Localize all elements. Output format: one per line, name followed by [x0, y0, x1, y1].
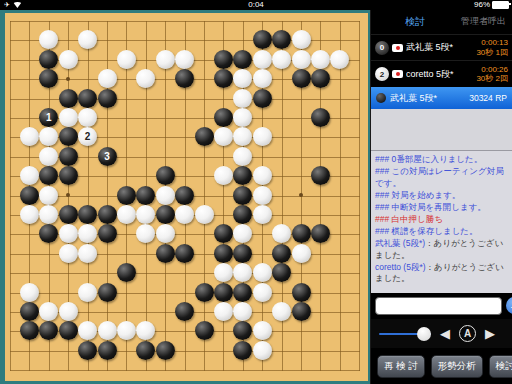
stone-black[interactable] — [98, 89, 117, 108]
stone-white[interactable] — [59, 224, 78, 243]
selected-user-rating: 30324 RP — [469, 93, 507, 103]
tab-review[interactable]: 検討 — [405, 15, 425, 29]
go-board[interactable]: 123 — [0, 10, 370, 384]
stone-black[interactable] — [78, 89, 97, 108]
stone-white[interactable] — [311, 50, 330, 69]
stone-black[interactable] — [98, 341, 117, 360]
stone-black[interactable] — [59, 89, 78, 108]
panel-header: 検討 管理者呼出 — [371, 10, 512, 34]
stone-white[interactable] — [253, 341, 272, 360]
chat-message: ### 棋譜を保存しました。 — [375, 226, 508, 238]
side-panel: 検討 管理者呼出 0 武礼葉 5段* 0:00:13 30秒 1回 2 core… — [370, 10, 512, 384]
black-captures-badge: 0 — [375, 41, 389, 55]
stone-black[interactable] — [98, 205, 117, 224]
battery-percent: 96% — [474, 0, 490, 10]
stone-white[interactable] — [98, 321, 117, 340]
stone-white[interactable] — [233, 89, 252, 108]
stone-white[interactable] — [214, 166, 233, 185]
stone-black[interactable] — [78, 205, 97, 224]
stone-white[interactable] — [175, 50, 194, 69]
stone-white[interactable] — [214, 302, 233, 321]
japan-flag-icon — [392, 70, 403, 78]
chat-message: ### 0番部屋に入りました。 — [375, 154, 508, 166]
stone-black[interactable] — [195, 283, 214, 302]
status-bar: ✈ 0:04 96% — [0, 0, 512, 10]
chat-message: ### 対局を始めます。 — [375, 190, 508, 202]
stone-black[interactable] — [292, 302, 311, 321]
stone-black[interactable] — [311, 69, 330, 88]
next-move-button[interactable]: ▶ — [485, 327, 495, 340]
stone-white[interactable] — [292, 244, 311, 263]
stone-black[interactable] — [292, 69, 311, 88]
stone-black[interactable] — [59, 127, 78, 146]
white-player-name: coretto 5段* — [406, 68, 476, 81]
stone-black[interactable] — [59, 166, 78, 185]
stone-black[interactable] — [136, 341, 155, 360]
selected-user-name: 武礼葉 5段* — [390, 92, 469, 105]
re-review-button[interactable]: 再 検 討 — [377, 355, 425, 378]
stone-black[interactable] — [233, 50, 252, 69]
player-row-black[interactable]: 0 武礼葉 5段* 0:00:13 30秒 1回 — [371, 34, 512, 61]
stone-black[interactable] — [59, 205, 78, 224]
stone-black[interactable] — [156, 166, 175, 185]
stone-white[interactable] — [20, 166, 39, 185]
stone-white[interactable] — [253, 283, 272, 302]
stone-white[interactable] — [253, 69, 272, 88]
stone-black[interactable] — [214, 50, 233, 69]
stone-white[interactable] — [117, 205, 136, 224]
board-frame-left — [0, 10, 5, 384]
stone-white[interactable] — [39, 186, 58, 205]
send-message-button[interactable]: … — [506, 297, 512, 314]
stone-black[interactable] — [272, 244, 291, 263]
chat-log[interactable]: ### 0番部屋に入りました。### この対局はレーティング対局です。### 対… — [371, 150, 512, 293]
stone-white[interactable] — [253, 321, 272, 340]
stone-black[interactable] — [136, 186, 155, 205]
stone-black[interactable] — [117, 263, 136, 282]
stone-white[interactable] — [195, 205, 214, 224]
board-frame-top — [0, 10, 370, 13]
stone-black[interactable] — [233, 341, 252, 360]
stone-white[interactable] — [78, 244, 97, 263]
chat-message: coretto (5段*)：ありがとうございました。 — [375, 262, 508, 286]
stone-black[interactable] — [156, 205, 175, 224]
selected-user-row[interactable]: 武礼葉 5段* 30324 RP — [371, 87, 512, 109]
star-point — [66, 77, 70, 81]
end-review-button[interactable]: 検討終了 — [489, 355, 512, 378]
stone-black[interactable] — [214, 244, 233, 263]
black-player-clock: 0:00:13 30秒 1回 — [476, 38, 508, 57]
stone-white[interactable] — [156, 224, 175, 243]
stone-black[interactable] — [175, 302, 194, 321]
stone-white[interactable] — [292, 50, 311, 69]
stone-white[interactable] — [156, 50, 175, 69]
auto-play-button[interactable]: A — [459, 325, 476, 342]
stone-white[interactable] — [59, 108, 78, 127]
stone-black[interactable] — [98, 224, 117, 243]
stone-black[interactable]: 3 — [98, 147, 117, 166]
stone-white[interactable] — [253, 186, 272, 205]
user-list-area — [371, 109, 512, 151]
stone-black[interactable] — [156, 341, 175, 360]
stone-white[interactable] — [59, 302, 78, 321]
white-captures-badge: 2 — [375, 67, 389, 81]
stone-white[interactable] — [253, 166, 272, 185]
stone-black[interactable] — [214, 69, 233, 88]
move-slider[interactable] — [379, 327, 431, 341]
stone-white[interactable] — [253, 127, 272, 146]
review-buttons-row: 再 検 討 形勢分析 検討終了 — [371, 348, 512, 384]
stone-black[interactable] — [233, 186, 252, 205]
player-row-white[interactable]: 2 coretto 5段* 0:00:26 30秒 2回 — [371, 60, 512, 87]
stone-black[interactable] — [292, 224, 311, 243]
chat-message: ### 白中押し勝ち — [375, 214, 508, 226]
stone-white[interactable] — [59, 244, 78, 263]
stone-black[interactable] — [20, 302, 39, 321]
stone-black[interactable] — [292, 283, 311, 302]
admin-call-button[interactable]: 管理者呼出 — [461, 15, 506, 28]
chat-message: ### 中断対局を再開します。 — [375, 202, 508, 214]
stone-black[interactable] — [195, 321, 214, 340]
stone-white[interactable] — [253, 50, 272, 69]
stone-black[interactable] — [311, 108, 330, 127]
stone-black[interactable] — [195, 127, 214, 146]
stone-black[interactable] — [253, 89, 272, 108]
prev-move-button[interactable]: ◀ — [440, 327, 450, 340]
stone-white[interactable] — [39, 147, 58, 166]
stone-white[interactable] — [20, 283, 39, 302]
stone-black[interactable] — [233, 283, 252, 302]
stone-white[interactable] — [272, 302, 291, 321]
stone-white[interactable] — [20, 205, 39, 224]
stone-black[interactable] — [117, 186, 136, 205]
stone-black[interactable] — [39, 50, 58, 69]
replay-controls: ◀ A ▶ — [371, 319, 512, 349]
chat-message: ### この対局はレーティング対局です。 — [375, 166, 508, 190]
stone-black[interactable] — [59, 321, 78, 340]
stone-black[interactable] — [253, 30, 272, 49]
white-player-clock: 0:00:26 30秒 2回 — [476, 65, 508, 84]
stone-white[interactable] — [253, 263, 272, 282]
black-player-name: 武礼葉 5段* — [406, 41, 476, 54]
japan-flag-icon — [392, 44, 403, 52]
stone-black[interactable] — [78, 341, 97, 360]
stone-white[interactable] — [98, 69, 117, 88]
stone-white[interactable] — [117, 50, 136, 69]
status-clock: 0:04 — [0, 0, 512, 10]
analysis-button[interactable]: 形勢分析 — [431, 355, 483, 378]
stone-white[interactable] — [272, 50, 291, 69]
stone-white[interactable] — [156, 186, 175, 205]
stone-black[interactable] — [20, 186, 39, 205]
battery-icon — [492, 1, 509, 9]
app-screen: ✈ 0:04 96% 123 検討 管理者呼出 0 武礼葉 5段* 0:00:1… — [0, 0, 512, 384]
stone-black[interactable] — [156, 244, 175, 263]
stone-black[interactable] — [214, 108, 233, 127]
chat-input-row: … — [371, 293, 512, 319]
stone-white[interactable] — [78, 283, 97, 302]
stone-white[interactable] — [292, 30, 311, 49]
stone-black[interactable] — [175, 186, 194, 205]
stone-white[interactable] — [78, 108, 97, 127]
stone-white[interactable] — [175, 205, 194, 224]
black-stone-icon — [376, 93, 386, 103]
stone-black[interactable] — [233, 244, 252, 263]
chat-input[interactable] — [375, 297, 502, 315]
stone-black[interactable] — [98, 283, 117, 302]
stone-black[interactable] — [175, 244, 194, 263]
stone-black[interactable] — [214, 283, 233, 302]
stone-black[interactable] — [59, 147, 78, 166]
stone-white[interactable] — [233, 147, 252, 166]
stone-black[interactable] — [311, 166, 330, 185]
chat-message: 武礼葉 (5段*)：ありがとうございました。 — [375, 238, 508, 262]
stone-white[interactable] — [253, 205, 272, 224]
stone-white[interactable] — [214, 263, 233, 282]
stone-white[interactable] — [330, 50, 349, 69]
stone-white[interactable] — [59, 50, 78, 69]
slider-knob[interactable] — [417, 327, 431, 341]
